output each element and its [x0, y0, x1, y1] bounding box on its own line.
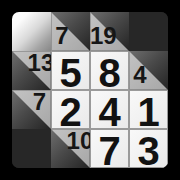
answer-cell-r2c1[interactable]: 2 [51, 90, 90, 129]
clue-cell-r3c1: 10 [51, 129, 90, 168]
gradient-corner-cell [12, 12, 51, 51]
clue-cell-r0c2: 19 [90, 12, 129, 51]
clue-cell-r2c0: 7 [12, 90, 51, 129]
answer-cell-r1c1[interactable]: 5 [51, 51, 90, 90]
across-clue-number: 13 [28, 51, 51, 75]
across-clue-number: 7 [28, 90, 51, 114]
answer-digit: 7 [98, 131, 120, 169]
clue-cell-r1c0: 13 [12, 51, 51, 90]
clue-cell-r0c1: 7 [51, 12, 90, 51]
down-clue-number: 19 [90, 24, 112, 48]
block-cell [12, 129, 51, 168]
answer-cell-r3c2[interactable]: 7 [90, 129, 129, 168]
answer-cell-r2c3[interactable]: 1 [129, 90, 168, 129]
answer-cell-r2c2[interactable]: 4 [90, 90, 129, 129]
answer-digit: 3 [137, 131, 159, 169]
answer-cell-r1c2[interactable]: 8 [90, 51, 129, 90]
answer-cell-r3c3[interactable]: 3 [129, 129, 168, 168]
down-clue-number: 4 [129, 63, 151, 87]
down-clue-number: 7 [51, 24, 73, 48]
answer-digit: 5 [59, 53, 81, 93]
answer-digit: 2 [59, 92, 81, 132]
clue-cell-r1c3: 4 [129, 51, 168, 90]
app-icon-background: 7191358472411073 [0, 0, 180, 180]
across-clue-number: 10 [67, 129, 90, 153]
answer-digit: 4 [98, 92, 120, 132]
kakuro-board: 7191358472411073 [12, 12, 168, 168]
answer-digit: 8 [98, 53, 120, 93]
block-cell [129, 12, 168, 51]
answer-digit: 1 [137, 92, 159, 132]
